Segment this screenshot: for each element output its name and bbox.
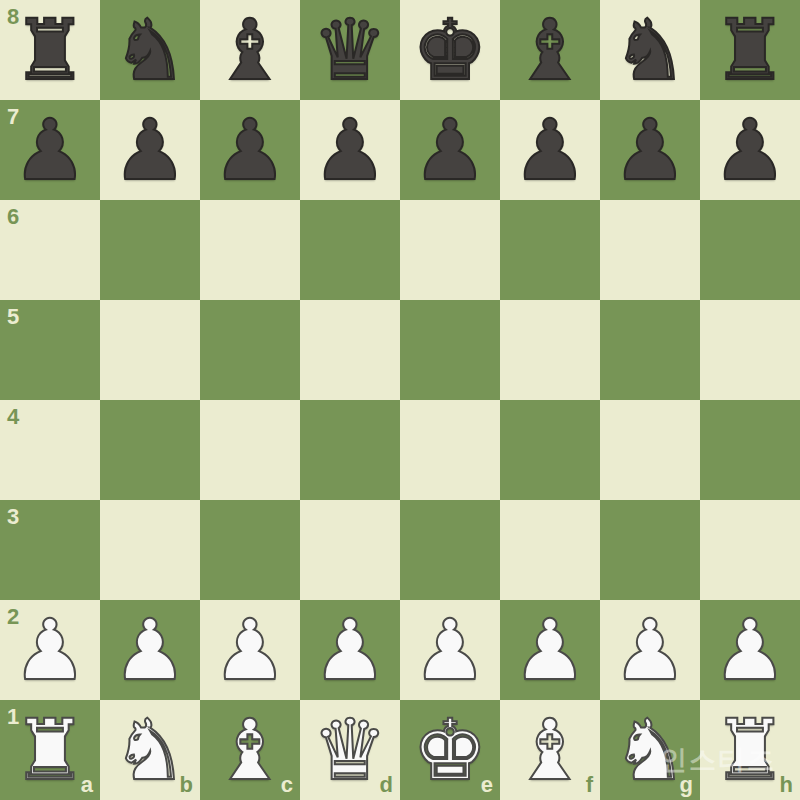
square-d4[interactable] bbox=[300, 400, 400, 500]
square-f2[interactable]: ♟ bbox=[500, 600, 600, 700]
square-c5[interactable] bbox=[200, 300, 300, 400]
square-a8[interactable]: 8♜ bbox=[0, 0, 100, 100]
piece-black-pawn-f7[interactable]: ♟ bbox=[500, 100, 600, 200]
square-g7[interactable]: ♟ bbox=[600, 100, 700, 200]
rank-label-3: 3 bbox=[7, 506, 19, 528]
square-b7[interactable]: ♟ bbox=[100, 100, 200, 200]
piece-white-pawn-d2[interactable]: ♟ bbox=[300, 600, 400, 700]
square-a5[interactable]: 5 bbox=[0, 300, 100, 400]
square-g6[interactable] bbox=[600, 200, 700, 300]
square-b1[interactable]: b♞ bbox=[100, 700, 200, 800]
piece-black-knight-g8[interactable]: ♞ bbox=[600, 0, 700, 100]
square-b2[interactable]: ♟ bbox=[100, 600, 200, 700]
square-e2[interactable]: ♟ bbox=[400, 600, 500, 700]
square-b8[interactable]: ♞ bbox=[100, 0, 200, 100]
square-a3[interactable]: 3 bbox=[0, 500, 100, 600]
piece-black-pawn-c7[interactable]: ♟ bbox=[200, 100, 300, 200]
square-d3[interactable] bbox=[300, 500, 400, 600]
piece-white-pawn-c2[interactable]: ♟ bbox=[200, 600, 300, 700]
square-d2[interactable]: ♟ bbox=[300, 600, 400, 700]
piece-white-knight-b1[interactable]: ♞ bbox=[100, 700, 200, 800]
square-a6[interactable]: 6 bbox=[0, 200, 100, 300]
square-a2[interactable]: 2♟ bbox=[0, 600, 100, 700]
piece-white-pawn-a2[interactable]: ♟ bbox=[0, 600, 100, 700]
piece-black-pawn-g7[interactable]: ♟ bbox=[600, 100, 700, 200]
square-g1[interactable]: g♞ bbox=[600, 700, 700, 800]
piece-black-queen-d8[interactable]: ♛ bbox=[300, 0, 400, 100]
square-c3[interactable] bbox=[200, 500, 300, 600]
piece-black-pawn-d7[interactable]: ♟ bbox=[300, 100, 400, 200]
square-h1[interactable]: h♜ bbox=[700, 700, 800, 800]
piece-black-rook-h8[interactable]: ♜ bbox=[700, 0, 800, 100]
square-g4[interactable] bbox=[600, 400, 700, 500]
square-b4[interactable] bbox=[100, 400, 200, 500]
square-e1[interactable]: e♚ bbox=[400, 700, 500, 800]
square-c4[interactable] bbox=[200, 400, 300, 500]
piece-black-king-e8[interactable]: ♚ bbox=[400, 0, 500, 100]
square-e5[interactable] bbox=[400, 300, 500, 400]
piece-black-bishop-f8[interactable]: ♝ bbox=[500, 0, 600, 100]
square-g8[interactable]: ♞ bbox=[600, 0, 700, 100]
square-b6[interactable] bbox=[100, 200, 200, 300]
piece-white-bishop-f1[interactable]: ♝ bbox=[500, 700, 600, 800]
square-h8[interactable]: ♜ bbox=[700, 0, 800, 100]
piece-black-bishop-c8[interactable]: ♝ bbox=[200, 0, 300, 100]
square-h7[interactable]: ♟ bbox=[700, 100, 800, 200]
square-g3[interactable] bbox=[600, 500, 700, 600]
square-c7[interactable]: ♟ bbox=[200, 100, 300, 200]
square-e8[interactable]: ♚ bbox=[400, 0, 500, 100]
square-f6[interactable] bbox=[500, 200, 600, 300]
square-h4[interactable] bbox=[700, 400, 800, 500]
piece-white-bishop-c1[interactable]: ♝ bbox=[200, 700, 300, 800]
piece-white-rook-h1[interactable]: ♜ bbox=[700, 700, 800, 800]
piece-white-pawn-g2[interactable]: ♟ bbox=[600, 600, 700, 700]
square-b3[interactable] bbox=[100, 500, 200, 600]
square-g2[interactable]: ♟ bbox=[600, 600, 700, 700]
square-d8[interactable]: ♛ bbox=[300, 0, 400, 100]
square-f7[interactable]: ♟ bbox=[500, 100, 600, 200]
square-h2[interactable]: ♟ bbox=[700, 600, 800, 700]
square-b5[interactable] bbox=[100, 300, 200, 400]
square-a1[interactable]: 1a♜ bbox=[0, 700, 100, 800]
square-f5[interactable] bbox=[500, 300, 600, 400]
square-e6[interactable] bbox=[400, 200, 500, 300]
piece-white-pawn-e2[interactable]: ♟ bbox=[400, 600, 500, 700]
square-h5[interactable] bbox=[700, 300, 800, 400]
piece-black-pawn-a7[interactable]: ♟ bbox=[0, 100, 100, 200]
square-d6[interactable] bbox=[300, 200, 400, 300]
piece-white-pawn-h2[interactable]: ♟ bbox=[700, 600, 800, 700]
square-g5[interactable] bbox=[600, 300, 700, 400]
square-c6[interactable] bbox=[200, 200, 300, 300]
square-a7[interactable]: 7♟ bbox=[0, 100, 100, 200]
chess-board: 8♜♞♝♛♚♝♞♜7♟♟♟♟♟♟♟♟65432♟♟♟♟♟♟♟♟1a♜b♞c♝d♛… bbox=[0, 0, 800, 800]
piece-black-pawn-b7[interactable]: ♟ bbox=[100, 100, 200, 200]
square-h6[interactable] bbox=[700, 200, 800, 300]
square-f1[interactable]: f♝ bbox=[500, 700, 600, 800]
piece-black-pawn-h7[interactable]: ♟ bbox=[700, 100, 800, 200]
piece-white-pawn-b2[interactable]: ♟ bbox=[100, 600, 200, 700]
rank-label-5: 5 bbox=[7, 306, 19, 328]
square-f3[interactable] bbox=[500, 500, 600, 600]
piece-white-pawn-f2[interactable]: ♟ bbox=[500, 600, 600, 700]
square-f4[interactable] bbox=[500, 400, 600, 500]
piece-black-knight-b8[interactable]: ♞ bbox=[100, 0, 200, 100]
piece-white-king-e1[interactable]: ♚ bbox=[400, 700, 500, 800]
square-e3[interactable] bbox=[400, 500, 500, 600]
square-c2[interactable]: ♟ bbox=[200, 600, 300, 700]
piece-white-knight-g1[interactable]: ♞ bbox=[600, 700, 700, 800]
rank-label-4: 4 bbox=[7, 406, 19, 428]
square-c8[interactable]: ♝ bbox=[200, 0, 300, 100]
piece-white-queen-d1[interactable]: ♛ bbox=[300, 700, 400, 800]
square-a4[interactable]: 4 bbox=[0, 400, 100, 500]
square-c1[interactable]: c♝ bbox=[200, 700, 300, 800]
square-e4[interactable] bbox=[400, 400, 500, 500]
square-f8[interactable]: ♝ bbox=[500, 0, 600, 100]
square-d5[interactable] bbox=[300, 300, 400, 400]
piece-black-rook-a8[interactable]: ♜ bbox=[0, 0, 100, 100]
square-d7[interactable]: ♟ bbox=[300, 100, 400, 200]
square-h3[interactable] bbox=[700, 500, 800, 600]
piece-black-pawn-e7[interactable]: ♟ bbox=[400, 100, 500, 200]
rank-label-6: 6 bbox=[7, 206, 19, 228]
piece-white-rook-a1[interactable]: ♜ bbox=[0, 700, 100, 800]
square-d1[interactable]: d♛ bbox=[300, 700, 400, 800]
square-e7[interactable]: ♟ bbox=[400, 100, 500, 200]
